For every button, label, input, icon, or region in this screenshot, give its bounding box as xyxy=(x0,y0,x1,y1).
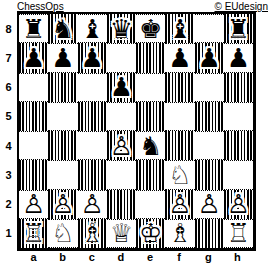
square-a3 xyxy=(19,160,48,189)
file-label-h: h xyxy=(223,251,252,264)
piece-black-rook: ♜ xyxy=(22,16,45,42)
piece-white-pawn: ♙ xyxy=(197,191,220,217)
square-c6 xyxy=(78,73,107,102)
piece-black-pawn: ♟ xyxy=(168,45,191,71)
chess-board: ♜♞♝♛♚♝♜♟♟♟♟♟♟♟♙♞♘♙♙♙♙♙♙♖♘♗♕♔♗♖ xyxy=(17,12,256,251)
rank-label-2: 2 xyxy=(0,190,17,219)
square-h7: ♟ xyxy=(224,43,253,72)
square-a5 xyxy=(19,102,48,131)
rank-label-4: 4 xyxy=(0,131,17,160)
square-d1: ♕ xyxy=(107,219,136,248)
square-b7: ♟ xyxy=(48,43,77,72)
square-e2 xyxy=(136,190,165,219)
square-a8: ♜ xyxy=(19,14,48,43)
piece-black-pawn: ♟ xyxy=(51,45,74,71)
square-d8: ♛ xyxy=(107,14,136,43)
rank-label-8: 8 xyxy=(0,14,17,43)
square-b1: ♘ xyxy=(48,219,77,248)
piece-black-queen: ♛ xyxy=(110,16,133,42)
square-e5 xyxy=(136,102,165,131)
rank-label-1: 1 xyxy=(0,219,17,248)
square-g2: ♙ xyxy=(195,190,224,219)
square-d3 xyxy=(107,160,136,189)
piece-white-knight: ♘ xyxy=(51,220,74,246)
square-f1: ♗ xyxy=(165,219,194,248)
piece-black-rook: ♜ xyxy=(227,16,250,42)
rank-label-5: 5 xyxy=(0,102,17,131)
file-labels: abcdefgh xyxy=(19,251,252,264)
square-f3: ♘ xyxy=(165,160,194,189)
chessops-diagram: ChessOps © EUdesign 87654321 ♜♞♝♛♚♝♜♟♟♟♟… xyxy=(0,0,270,270)
square-g4 xyxy=(195,131,224,160)
square-a1: ♖ xyxy=(19,219,48,248)
piece-black-bishop: ♝ xyxy=(80,16,103,42)
square-c7: ♟ xyxy=(78,43,107,72)
square-b2: ♙ xyxy=(48,190,77,219)
square-f6 xyxy=(165,73,194,102)
piece-black-knight: ♞ xyxy=(139,133,162,159)
piece-white-pawn: ♙ xyxy=(110,133,133,159)
credit-link[interactable]: © EUdesign xyxy=(214,1,268,12)
piece-black-king: ♚ xyxy=(139,16,162,42)
piece-white-pawn: ♙ xyxy=(168,191,191,217)
square-g6 xyxy=(195,73,224,102)
square-c8: ♝ xyxy=(78,14,107,43)
piece-white-bishop: ♗ xyxy=(168,220,191,246)
piece-white-pawn: ♙ xyxy=(22,191,45,217)
square-b4 xyxy=(48,131,77,160)
square-e8: ♚ xyxy=(136,14,165,43)
square-e7 xyxy=(136,43,165,72)
square-g5 xyxy=(195,102,224,131)
square-e4: ♞ xyxy=(136,131,165,160)
square-h8: ♜ xyxy=(224,14,253,43)
square-h2: ♙ xyxy=(224,190,253,219)
square-c1: ♗ xyxy=(78,219,107,248)
square-h6 xyxy=(224,73,253,102)
square-b3 xyxy=(48,160,77,189)
piece-black-bishop: ♝ xyxy=(168,16,191,42)
square-b5 xyxy=(48,102,77,131)
piece-black-pawn: ♟ xyxy=(197,45,220,71)
rank-label-6: 6 xyxy=(0,73,17,102)
square-c3 xyxy=(78,160,107,189)
file-label-d: d xyxy=(106,251,135,264)
rank-label-7: 7 xyxy=(0,43,17,72)
square-g1 xyxy=(195,219,224,248)
square-e6 xyxy=(136,73,165,102)
rank-label-3: 3 xyxy=(0,160,17,189)
square-d6: ♟ xyxy=(107,73,136,102)
square-h5 xyxy=(224,102,253,131)
square-f2: ♙ xyxy=(165,190,194,219)
square-f7: ♟ xyxy=(165,43,194,72)
piece-white-rook: ♖ xyxy=(22,220,45,246)
square-a2: ♙ xyxy=(19,190,48,219)
piece-black-pawn: ♟ xyxy=(22,45,45,71)
square-a6 xyxy=(19,73,48,102)
piece-black-knight: ♞ xyxy=(51,16,74,42)
file-label-f: f xyxy=(165,251,194,264)
piece-white-king: ♔ xyxy=(139,220,162,246)
square-f4 xyxy=(165,131,194,160)
piece-white-pawn: ♙ xyxy=(51,191,74,217)
square-h1: ♖ xyxy=(224,219,253,248)
square-c5 xyxy=(78,102,107,131)
piece-black-pawn: ♟ xyxy=(80,45,103,71)
square-g3 xyxy=(195,160,224,189)
square-g7: ♟ xyxy=(195,43,224,72)
piece-black-pawn: ♟ xyxy=(227,45,250,71)
piece-white-queen: ♕ xyxy=(110,220,133,246)
rank-labels: 87654321 xyxy=(0,14,17,248)
square-h4 xyxy=(224,131,253,160)
piece-white-pawn: ♙ xyxy=(227,191,250,217)
file-label-e: e xyxy=(136,251,165,264)
app-title-link[interactable]: ChessOps xyxy=(17,1,64,12)
square-e1: ♔ xyxy=(136,219,165,248)
square-f8: ♝ xyxy=(165,14,194,43)
square-a4 xyxy=(19,131,48,160)
square-b8: ♞ xyxy=(48,14,77,43)
square-d2 xyxy=(107,190,136,219)
file-label-b: b xyxy=(48,251,77,264)
square-e3 xyxy=(136,160,165,189)
square-f5 xyxy=(165,102,194,131)
square-d7 xyxy=(107,43,136,72)
square-a7: ♟ xyxy=(19,43,48,72)
file-label-g: g xyxy=(194,251,223,264)
piece-black-pawn: ♟ xyxy=(110,74,133,100)
square-c2: ♙ xyxy=(78,190,107,219)
square-d5 xyxy=(107,102,136,131)
piece-white-bishop: ♗ xyxy=(80,220,103,246)
square-c4 xyxy=(78,131,107,160)
piece-white-knight: ♘ xyxy=(168,162,191,188)
piece-white-pawn: ♙ xyxy=(80,191,103,217)
square-b6 xyxy=(48,73,77,102)
file-label-a: a xyxy=(19,251,48,264)
square-h3 xyxy=(224,160,253,189)
file-label-c: c xyxy=(77,251,106,264)
square-g8 xyxy=(195,14,224,43)
piece-white-rook: ♖ xyxy=(227,220,250,246)
square-d4: ♙ xyxy=(107,131,136,160)
